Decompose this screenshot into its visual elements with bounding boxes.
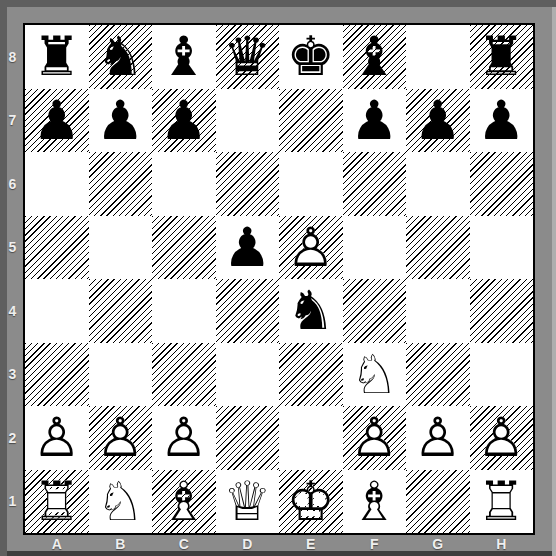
square-a2[interactable]: ♟♙ — [25, 406, 89, 470]
square-b5[interactable] — [89, 216, 153, 280]
square-f5[interactable] — [343, 216, 407, 280]
square-f3[interactable]: ♞♘ — [343, 343, 407, 407]
square-a8[interactable]: ♜ — [25, 25, 89, 89]
rank-label-8: 8 — [2, 25, 23, 89]
square-c7[interactable]: ♟ — [152, 89, 216, 153]
square-a6[interactable] — [25, 152, 89, 216]
piece-black-king[interactable]: ♚ — [279, 25, 343, 89]
square-c6[interactable] — [152, 152, 216, 216]
square-c8[interactable]: ♝ — [152, 25, 216, 89]
piece-outline: ♙ — [470, 406, 534, 470]
square-e1[interactable]: ♚♔ — [279, 470, 343, 534]
file-label-d: D — [216, 534, 280, 553]
square-a7[interactable]: ♟ — [25, 89, 89, 153]
square-g6[interactable] — [406, 152, 470, 216]
piece-outline: ♗ — [343, 470, 407, 534]
rank-label-4: 4 — [2, 279, 23, 343]
square-d7[interactable] — [216, 89, 280, 153]
piece-outline: ♔ — [279, 470, 343, 534]
piece-outline: ♘ — [343, 343, 407, 407]
piece-outline: ♖ — [25, 470, 89, 534]
square-e2[interactable] — [279, 406, 343, 470]
square-b3[interactable] — [89, 343, 153, 407]
square-a3[interactable] — [25, 343, 89, 407]
piece-white-pawn[interactable]: ♟♙ — [470, 406, 534, 470]
square-f4[interactable] — [343, 279, 407, 343]
file-label-a: A — [25, 534, 89, 553]
square-g5[interactable] — [406, 216, 470, 280]
piece-outline: ♖ — [470, 470, 534, 534]
square-c3[interactable] — [152, 343, 216, 407]
square-h3[interactable] — [470, 343, 534, 407]
piece-black-pawn[interactable]: ♟ — [216, 216, 280, 280]
piece-black-knight[interactable]: ♞ — [89, 25, 153, 89]
piece-black-pawn[interactable]: ♟ — [152, 89, 216, 153]
piece-outline: ♙ — [279, 216, 343, 280]
square-d2[interactable] — [216, 406, 280, 470]
piece-black-pawn[interactable]: ♟ — [406, 89, 470, 153]
square-f8[interactable]: ♝ — [343, 25, 407, 89]
piece-white-pawn[interactable]: ♟♙ — [89, 406, 153, 470]
piece-white-bishop[interactable]: ♝♗ — [343, 470, 407, 534]
square-b1[interactable]: ♞♘ — [89, 470, 153, 534]
rank-label-6: 6 — [2, 152, 23, 216]
square-h8[interactable]: ♜ — [470, 25, 534, 89]
piece-white-rook[interactable]: ♜♖ — [25, 470, 89, 534]
piece-white-pawn[interactable]: ♟♙ — [343, 406, 407, 470]
square-c1[interactable]: ♝♗ — [152, 470, 216, 534]
square-g8[interactable] — [406, 25, 470, 89]
piece-black-pawn[interactable]: ♟ — [25, 89, 89, 153]
square-c5[interactable] — [152, 216, 216, 280]
square-d8[interactable]: ♛ — [216, 25, 280, 89]
piece-outline: ♘ — [89, 470, 153, 534]
piece-black-pawn[interactable]: ♟ — [343, 89, 407, 153]
square-h2[interactable]: ♟♙ — [470, 406, 534, 470]
square-e6[interactable] — [279, 152, 343, 216]
piece-black-bishop[interactable]: ♝ — [343, 25, 407, 89]
square-b6[interactable] — [89, 152, 153, 216]
square-g4[interactable] — [406, 279, 470, 343]
square-g7[interactable]: ♟ — [406, 89, 470, 153]
piece-white-pawn[interactable]: ♟♙ — [279, 216, 343, 280]
piece-outline: ♕ — [216, 470, 280, 534]
square-b2[interactable]: ♟♙ — [89, 406, 153, 470]
piece-white-bishop[interactable]: ♝♗ — [152, 470, 216, 534]
rank-label-3: 3 — [2, 343, 23, 407]
square-b8[interactable]: ♞ — [89, 25, 153, 89]
piece-outline: ♙ — [343, 406, 407, 470]
piece-black-pawn[interactable]: ♟ — [470, 89, 534, 153]
piece-outline: ♙ — [152, 406, 216, 470]
square-d3[interactable] — [216, 343, 280, 407]
file-label-c: C — [152, 534, 216, 553]
file-label-b: B — [89, 534, 153, 553]
square-d1[interactable]: ♛♕ — [216, 470, 280, 534]
rank-label-2: 2 — [2, 406, 23, 470]
piece-outline: ♙ — [89, 406, 153, 470]
square-c2[interactable]: ♟♙ — [152, 406, 216, 470]
piece-white-king[interactable]: ♚♔ — [279, 470, 343, 534]
piece-white-pawn[interactable]: ♟♙ — [25, 406, 89, 470]
square-g3[interactable] — [406, 343, 470, 407]
piece-black-bishop[interactable]: ♝ — [152, 25, 216, 89]
square-g1[interactable] — [406, 470, 470, 534]
square-h7[interactable]: ♟ — [470, 89, 534, 153]
square-e3[interactable] — [279, 343, 343, 407]
square-h4[interactable] — [470, 279, 534, 343]
piece-black-rook[interactable]: ♜ — [470, 25, 534, 89]
rank-label-5: 5 — [2, 216, 23, 280]
piece-outline: ♙ — [25, 406, 89, 470]
square-a4[interactable] — [25, 279, 89, 343]
square-h1[interactable]: ♜♖ — [470, 470, 534, 534]
square-g2[interactable]: ♟♙ — [406, 406, 470, 470]
piece-white-knight[interactable]: ♞♘ — [89, 470, 153, 534]
file-label-f: F — [343, 534, 407, 553]
rank-label-1: 1 — [2, 470, 23, 534]
piece-black-pawn[interactable]: ♟ — [89, 89, 153, 153]
piece-white-pawn[interactable]: ♟♙ — [406, 406, 470, 470]
piece-outline: ♙ — [406, 406, 470, 470]
piece-black-rook[interactable]: ♜ — [25, 25, 89, 89]
rank-label-7: 7 — [2, 89, 23, 153]
square-d5[interactable]: ♟ — [216, 216, 280, 280]
piece-white-rook[interactable]: ♜♖ — [470, 470, 534, 534]
square-e4[interactable]: ♞ — [279, 279, 343, 343]
square-h6[interactable] — [470, 152, 534, 216]
piece-white-knight[interactable]: ♞♘ — [343, 343, 407, 407]
piece-white-pawn[interactable]: ♟♙ — [152, 406, 216, 470]
file-label-e: E — [279, 534, 343, 553]
square-f7[interactable]: ♟ — [343, 89, 407, 153]
square-c4[interactable] — [152, 279, 216, 343]
square-e5[interactable]: ♟♙ — [279, 216, 343, 280]
square-h5[interactable] — [470, 216, 534, 280]
piece-black-queen[interactable]: ♛ — [216, 25, 280, 89]
square-e8[interactable]: ♚ — [279, 25, 343, 89]
square-d6[interactable] — [216, 152, 280, 216]
square-b4[interactable] — [89, 279, 153, 343]
chessboard-frame: ♜♞♝♛♚♝♜♟♟♟♟♟♟♟♟♙♞♞♘♟♙♟♙♟♙♟♙♟♙♟♙♜♖♞♘♝♗♛♕♚… — [0, 0, 556, 556]
square-f1[interactable]: ♝♗ — [343, 470, 407, 534]
piece-black-knight[interactable]: ♞ — [279, 279, 343, 343]
square-a5[interactable] — [25, 216, 89, 280]
square-f2[interactable]: ♟♙ — [343, 406, 407, 470]
square-d4[interactable] — [216, 279, 280, 343]
file-label-g: G — [406, 534, 470, 553]
piece-outline: ♗ — [152, 470, 216, 534]
file-label-h: H — [470, 534, 534, 553]
piece-white-queen[interactable]: ♛♕ — [216, 470, 280, 534]
square-a1[interactable]: ♜♖ — [25, 470, 89, 534]
chessboard: ♜♞♝♛♚♝♜♟♟♟♟♟♟♟♟♙♞♞♘♟♙♟♙♟♙♟♙♟♙♟♙♜♖♞♘♝♗♛♕♚… — [23, 23, 535, 535]
square-e7[interactable] — [279, 89, 343, 153]
square-b7[interactable]: ♟ — [89, 89, 153, 153]
square-f6[interactable] — [343, 152, 407, 216]
